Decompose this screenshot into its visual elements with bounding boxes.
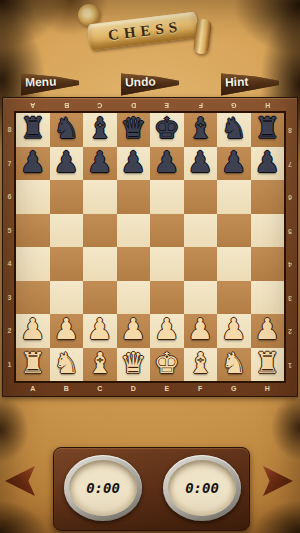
right-clock-time: 0:00 [185,480,219,496]
square-b3[interactable] [50,281,84,315]
square-a7[interactable]: ♟ [16,147,50,181]
coord-label: 5 [283,214,297,248]
square-e3[interactable] [150,281,184,315]
square-c5[interactable] [83,214,117,248]
rank-labels-left: 87654321 [3,113,16,381]
black-pawn-piece[interactable]: ♟ [120,148,146,177]
white-knight-piece[interactable]: ♞ [221,349,247,378]
coord-label: A [16,382,50,394]
white-queen-piece[interactable]: ♛ [120,349,146,378]
white-rook-piece[interactable]: ♜ [20,349,46,378]
square-c7[interactable]: ♟ [83,147,117,181]
banner-right-scroll-curl [193,18,212,55]
coord-label: 2 [283,314,297,348]
black-pawn-piece[interactable]: ♟ [187,148,213,177]
square-a2[interactable]: ♟ [16,314,50,348]
banner-ribbon: CHESS [87,11,199,50]
right-clock: 0:00 [163,455,241,521]
square-f7[interactable]: ♟ [184,147,218,181]
coord-label: 8 [3,113,16,147]
white-rook-piece[interactable]: ♜ [254,349,280,378]
square-h7[interactable]: ♟ [251,147,285,181]
coord-label: 4 [283,247,297,281]
black-knight-piece[interactable]: ♞ [221,114,247,143]
file-labels-bottom: ABCDEFGH [16,382,284,394]
square-d3[interactable] [117,281,151,315]
chess-board: ABCDEFGH ABCDEFGH 87654321 87654321 ♜♞♝♛… [2,97,298,397]
white-pawn-piece[interactable]: ♟ [120,315,146,344]
coord-label: 5 [3,214,16,248]
square-a4[interactable] [16,247,50,281]
black-bishop-piece[interactable]: ♝ [187,114,213,143]
coord-label: 6 [3,180,16,214]
black-pawn-piece[interactable]: ♟ [87,148,113,177]
coord-label: C [83,382,117,394]
square-e7[interactable]: ♟ [150,147,184,181]
square-a3[interactable] [16,281,50,315]
app-title: CHESS [107,18,183,44]
square-g3[interactable] [217,281,251,315]
square-g8[interactable]: ♞ [217,113,251,147]
coord-label: H [251,382,285,394]
square-f3[interactable] [184,281,218,315]
square-c4[interactable] [83,247,117,281]
square-b8[interactable]: ♞ [50,113,84,147]
black-rook-piece[interactable]: ♜ [254,114,280,143]
square-f8[interactable]: ♝ [184,113,218,147]
black-pawn-piece[interactable]: ♟ [221,148,247,177]
square-c1[interactable]: ♝ [83,348,117,382]
square-d2[interactable]: ♟ [117,314,151,348]
square-h2[interactable]: ♟ [251,314,285,348]
coord-label: B [50,382,84,394]
coord-label: B [50,100,84,112]
square-f1[interactable]: ♝ [184,348,218,382]
left-clock: 0:00 [64,455,142,521]
white-bishop-piece[interactable]: ♝ [87,349,113,378]
square-h4[interactable] [251,247,285,281]
black-knight-piece[interactable]: ♞ [53,114,79,143]
coord-label: C [83,100,117,112]
square-a6[interactable] [16,180,50,214]
title-banner: CHESS [80,6,220,52]
square-b1[interactable]: ♞ [50,348,84,382]
next-move-arrow-button[interactable] [263,464,293,498]
black-rook-piece[interactable]: ♜ [20,114,46,143]
square-g5[interactable] [217,214,251,248]
white-bishop-piece[interactable]: ♝ [187,349,213,378]
square-e8[interactable]: ♚ [150,113,184,147]
coord-label: D [117,100,151,112]
black-pawn-piece[interactable]: ♟ [254,148,280,177]
white-knight-piece[interactable]: ♞ [53,349,79,378]
square-d1[interactable]: ♛ [117,348,151,382]
square-c3[interactable] [83,281,117,315]
coord-label: 8 [283,113,297,147]
square-c8[interactable]: ♝ [83,113,117,147]
square-g7[interactable]: ♟ [217,147,251,181]
square-e4[interactable] [150,247,184,281]
black-queen-piece[interactable]: ♛ [120,114,146,143]
white-pawn-piece[interactable]: ♟ [254,315,280,344]
left-clock-face: 0:00 [69,460,137,516]
menu-button[interactable]: Menu [21,73,79,96]
coord-label: G [217,100,251,112]
square-h1[interactable]: ♜ [251,348,285,382]
black-pawn-piece[interactable]: ♟ [53,148,79,177]
black-pawn-piece[interactable]: ♟ [20,148,46,177]
square-g4[interactable] [217,247,251,281]
coord-label: 3 [3,281,16,315]
menu-button-label: Menu [25,74,57,89]
clock-box: 0:00 0:00 [53,447,250,531]
square-c6[interactable] [83,180,117,214]
hint-button-label: Hint [225,75,249,90]
black-king-piece[interactable]: ♚ [154,114,180,143]
coord-label: 6 [283,180,297,214]
coord-label: 4 [3,247,16,281]
coord-label: 2 [3,314,16,348]
square-f5[interactable] [184,214,218,248]
right-clock-face: 0:00 [168,460,236,516]
white-pawn-piece[interactable]: ♟ [187,315,213,344]
square-c2[interactable]: ♟ [83,314,117,348]
white-pawn-piece[interactable]: ♟ [221,315,247,344]
coord-label: 7 [283,147,297,181]
square-d5[interactable] [117,214,151,248]
square-h5[interactable] [251,214,285,248]
square-e5[interactable] [150,214,184,248]
coord-label: E [150,100,184,112]
coord-label: 1 [3,348,16,382]
square-f6[interactable] [184,180,218,214]
square-h3[interactable] [251,281,285,315]
coord-label: F [184,100,218,112]
coord-label: H [251,100,285,112]
square-e1[interactable]: ♚ [150,348,184,382]
square-g6[interactable] [217,180,251,214]
square-b6[interactable] [50,180,84,214]
square-b5[interactable] [50,214,84,248]
chess-app-screen: CHESS Menu Undo Hint ABCDEFGH ABCDEFGH 8… [0,0,300,533]
square-h6[interactable] [251,180,285,214]
undo-button[interactable]: Undo [121,73,179,96]
white-pawn-piece[interactable]: ♟ [87,315,113,344]
square-b2[interactable]: ♟ [50,314,84,348]
square-e6[interactable] [150,180,184,214]
coord-label: D [117,382,151,394]
square-d8[interactable]: ♛ [117,113,151,147]
black-pawn-piece[interactable]: ♟ [154,148,180,177]
coord-label: 1 [283,348,297,382]
square-b4[interactable] [50,247,84,281]
square-d6[interactable] [117,180,151,214]
square-d7[interactable]: ♟ [117,147,151,181]
square-g1[interactable]: ♞ [217,348,251,382]
coord-label: 3 [283,281,297,315]
square-h8[interactable]: ♜ [251,113,285,147]
square-f4[interactable] [184,247,218,281]
hint-button[interactable]: Hint [221,73,279,96]
white-pawn-piece[interactable]: ♟ [154,315,180,344]
coord-label: A [16,100,50,112]
square-g2[interactable]: ♟ [217,314,251,348]
rank-labels-right: 87654321 [283,113,297,381]
square-a8[interactable]: ♜ [16,113,50,147]
square-b7[interactable]: ♟ [50,147,84,181]
square-a1[interactable]: ♜ [16,348,50,382]
white-pawn-piece[interactable]: ♟ [20,315,46,344]
left-clock-time: 0:00 [86,480,120,496]
coord-label: F [184,382,218,394]
white-pawn-piece[interactable]: ♟ [53,315,79,344]
white-king-piece[interactable]: ♚ [154,349,180,378]
board-squares: ♜♞♝♛♚♝♞♜♟♟♟♟♟♟♟♟♟♟♟♟♟♟♟♟♜♞♝♛♚♝♞♜ [16,113,284,381]
prev-move-arrow-button[interactable] [5,464,35,498]
coord-label: E [150,382,184,394]
coord-label: 7 [3,147,16,181]
black-bishop-piece[interactable]: ♝ [87,114,113,143]
square-f2[interactable]: ♟ [184,314,218,348]
coord-label: G [217,382,251,394]
square-e2[interactable]: ♟ [150,314,184,348]
file-labels-top: ABCDEFGH [16,100,284,112]
square-d4[interactable] [117,247,151,281]
undo-button-label: Undo [125,74,156,89]
square-a5[interactable] [16,214,50,248]
